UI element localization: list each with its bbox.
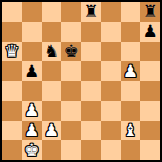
square-e3[interactable] (81, 101, 101, 121)
square-a6[interactable]: ♛ (2, 42, 22, 62)
square-b4[interactable] (22, 81, 42, 101)
square-b8[interactable] (22, 2, 42, 22)
white-bishop[interactable]: ♝ (123, 121, 138, 138)
square-e8[interactable]: ♜ (81, 2, 101, 22)
square-d1[interactable] (61, 140, 81, 160)
square-f5[interactable] (101, 61, 121, 81)
black-rook[interactable]: ♜ (83, 3, 98, 20)
square-d8[interactable] (61, 2, 81, 22)
square-e6[interactable] (81, 42, 101, 62)
square-e5[interactable] (81, 61, 101, 81)
white-king[interactable]: ♚ (24, 141, 39, 158)
square-e7[interactable] (81, 22, 101, 42)
square-c1[interactable] (42, 140, 62, 160)
square-b5[interactable]: ♟ (22, 61, 42, 81)
square-f2[interactable] (101, 121, 121, 141)
square-a7[interactable] (2, 22, 22, 42)
square-a1[interactable] (2, 140, 22, 160)
square-g1[interactable] (121, 140, 141, 160)
square-d5[interactable] (61, 61, 81, 81)
square-b2[interactable]: ♟ (22, 121, 42, 141)
black-pawn[interactable]: ♟ (143, 23, 158, 40)
square-c2[interactable]: ♟ (42, 121, 62, 141)
white-pawn[interactable]: ♟ (123, 62, 138, 79)
square-e2[interactable] (81, 121, 101, 141)
square-e4[interactable] (81, 81, 101, 101)
square-g4[interactable] (121, 81, 141, 101)
square-a8[interactable] (2, 2, 22, 22)
black-knight[interactable]: ♞ (44, 42, 59, 59)
square-h6[interactable] (140, 42, 160, 62)
square-c8[interactable] (42, 2, 62, 22)
square-d6[interactable]: ♚ (61, 42, 81, 62)
square-f8[interactable] (101, 2, 121, 22)
square-d3[interactable] (61, 101, 81, 121)
square-b6[interactable] (22, 42, 42, 62)
square-h5[interactable] (140, 61, 160, 81)
square-d7[interactable] (61, 22, 81, 42)
square-c7[interactable] (42, 22, 62, 42)
square-g5[interactable]: ♟ (121, 61, 141, 81)
square-b1[interactable]: ♚ (22, 140, 42, 160)
square-h4[interactable] (140, 81, 160, 101)
square-g8[interactable] (121, 2, 141, 22)
black-rook[interactable]: ♜ (143, 3, 158, 20)
chess-board: ♜♜♟♛♞♚♟♟♟♟♟♝♚ (0, 0, 162, 162)
square-c3[interactable] (42, 101, 62, 121)
square-h7[interactable]: ♟ (140, 22, 160, 42)
square-h1[interactable] (140, 140, 160, 160)
white-pawn[interactable]: ♟ (24, 102, 39, 119)
square-e1[interactable] (81, 140, 101, 160)
square-d2[interactable] (61, 121, 81, 141)
square-f4[interactable] (101, 81, 121, 101)
square-a3[interactable] (2, 101, 22, 121)
square-b3[interactable]: ♟ (22, 101, 42, 121)
square-a4[interactable] (2, 81, 22, 101)
square-g7[interactable] (121, 22, 141, 42)
square-f6[interactable] (101, 42, 121, 62)
square-f1[interactable] (101, 140, 121, 160)
square-b7[interactable] (22, 22, 42, 42)
square-a5[interactable] (2, 61, 22, 81)
square-g6[interactable] (121, 42, 141, 62)
square-c5[interactable] (42, 61, 62, 81)
white-queen[interactable]: ♛ (4, 42, 19, 59)
square-g2[interactable]: ♝ (121, 121, 141, 141)
square-d4[interactable] (61, 81, 81, 101)
black-king[interactable]: ♚ (64, 42, 79, 59)
square-h8[interactable]: ♜ (140, 2, 160, 22)
square-c4[interactable] (42, 81, 62, 101)
square-c6[interactable]: ♞ (42, 42, 62, 62)
white-pawn[interactable]: ♟ (44, 121, 59, 138)
square-h3[interactable] (140, 101, 160, 121)
white-pawn[interactable]: ♟ (24, 121, 39, 138)
square-h2[interactable] (140, 121, 160, 141)
square-a2[interactable] (2, 121, 22, 141)
black-pawn[interactable]: ♟ (24, 62, 39, 79)
square-f7[interactable] (101, 22, 121, 42)
square-f3[interactable] (101, 101, 121, 121)
square-g3[interactable] (121, 101, 141, 121)
